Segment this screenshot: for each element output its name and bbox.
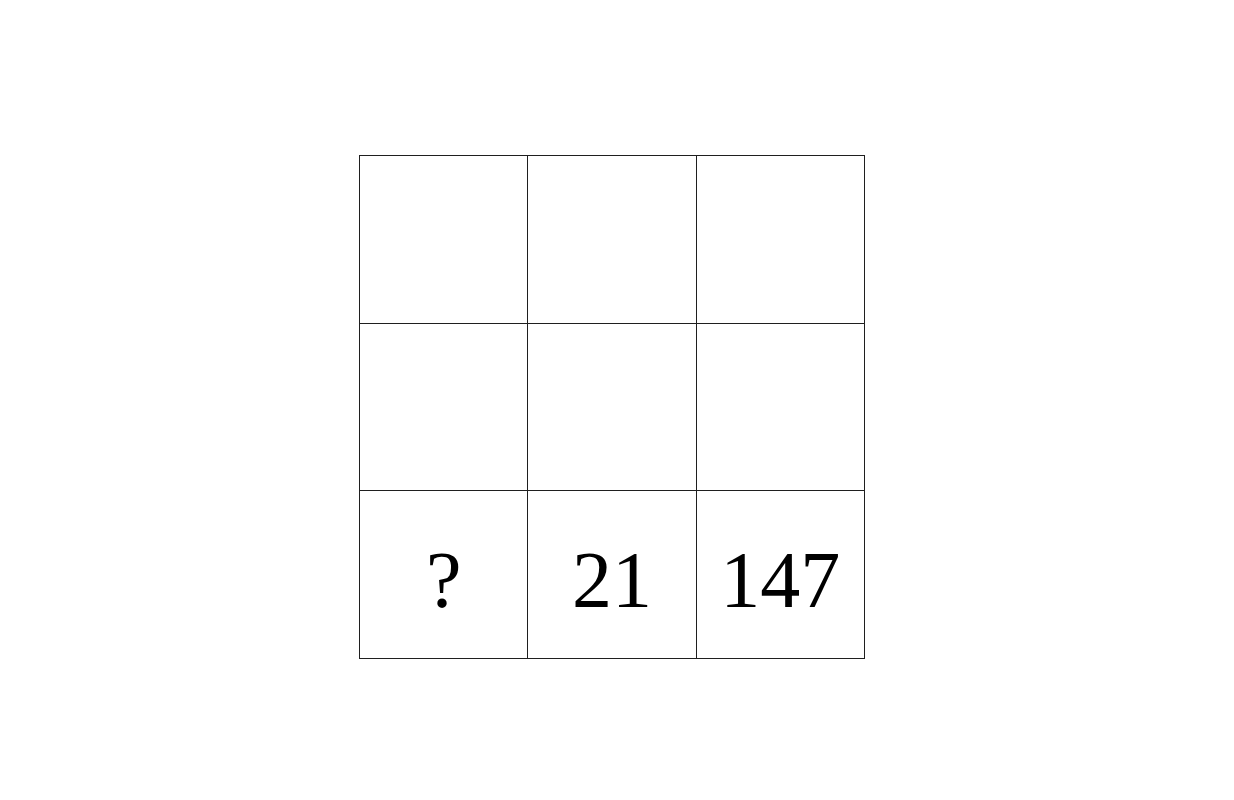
cell-r0c2 xyxy=(696,155,864,323)
cell-r0c1 xyxy=(527,155,695,323)
puzzle-grid: ? 21 147 xyxy=(359,155,865,659)
cell-r2c2-value-147: 147 xyxy=(696,490,864,658)
cell-r2c1-value-21: 21 xyxy=(527,490,695,658)
cell-r1c2 xyxy=(696,323,864,491)
cell-r1c0 xyxy=(359,323,527,491)
puzzle-canvas: ? 21 147 xyxy=(0,0,1234,800)
cell-r0c0 xyxy=(359,155,527,323)
cell-r1c1 xyxy=(527,323,695,491)
cell-r2c0-question-mark: ? xyxy=(359,490,527,658)
